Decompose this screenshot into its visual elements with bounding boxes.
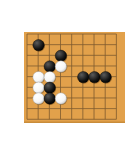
white-stone-c2r7[interactable]: [33, 93, 44, 104]
black-stone-c2r2[interactable]: [33, 39, 44, 50]
black-stone-c6r5[interactable]: [78, 71, 89, 82]
black-stone-c8r5[interactable]: [100, 71, 111, 82]
go-board[interactable]: [24, 32, 125, 123]
go-board-svg[interactable]: [24, 32, 125, 123]
white-stone-c2r6[interactable]: [33, 82, 44, 93]
white-stone-c3r5[interactable]: [44, 71, 55, 82]
white-stone-c4r7[interactable]: [55, 93, 66, 104]
black-stone-c4r3[interactable]: [55, 50, 66, 61]
black-stone-c3r7[interactable]: [44, 93, 55, 104]
black-stone-c7r5[interactable]: [89, 71, 100, 82]
board-bottom-shade: [24, 122, 125, 124]
white-stone-c4r4[interactable]: [55, 61, 66, 72]
black-stone-c3r4[interactable]: [44, 61, 55, 72]
white-stone-c2r5[interactable]: [33, 71, 44, 82]
black-stone-c3r6[interactable]: [44, 82, 55, 93]
